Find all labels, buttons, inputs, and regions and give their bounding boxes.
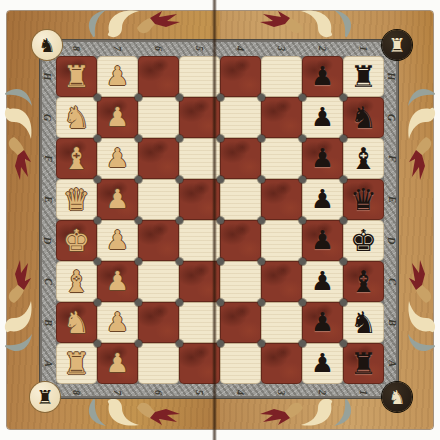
piece-black-pawn[interactable]: ♟ [311, 302, 334, 343]
square-c1[interactable]: ♝ [343, 261, 384, 302]
intersection-dot [135, 258, 142, 265]
rank-label-bottom-2: 2 [302, 384, 343, 400]
rank-label-bottom-8: 8 [56, 384, 97, 400]
square-g7[interactable]: ♟ [97, 97, 138, 138]
intersection-dot [258, 258, 265, 265]
piece-black-bishop[interactable]: ♝ [350, 138, 377, 179]
intersection-dot [217, 217, 224, 224]
file-label-left-c: C [40, 261, 56, 302]
square-b2[interactable]: ♟ [302, 302, 343, 343]
square-e1[interactable]: ♛ [343, 179, 384, 220]
piece-black-pawn[interactable]: ♟ [311, 138, 334, 179]
intersection-dot [258, 176, 265, 183]
intersection-dot [94, 135, 101, 142]
square-d6[interactable] [138, 220, 179, 261]
intersection-dot [217, 94, 224, 101]
file-label-left-a: A [40, 343, 56, 384]
intersection-dot [258, 340, 265, 347]
piece-black-pawn[interactable]: ♟ [311, 97, 334, 138]
square-f7[interactable]: ♟ [97, 138, 138, 179]
square-a4[interactable] [220, 343, 261, 384]
medallion-rook-icon: ♜ [36, 382, 53, 412]
square-h8[interactable]: ♜ [56, 56, 97, 97]
square-e7[interactable]: ♟ [97, 179, 138, 220]
intersection-dot [299, 258, 306, 265]
square-b7[interactable]: ♟ [97, 302, 138, 343]
file-label-right-d: D [384, 220, 400, 261]
intersection-dot [176, 94, 183, 101]
rank-label-top-3: 3 [261, 40, 302, 56]
square-a3[interactable] [261, 343, 302, 384]
square-d2[interactable]: ♟ [302, 220, 343, 261]
square-g2[interactable]: ♟ [302, 97, 343, 138]
square-f8[interactable]: ♝ [56, 138, 97, 179]
rank-label-top-2: 2 [302, 40, 343, 56]
intersection-dot [135, 94, 142, 101]
square-e2[interactable]: ♟ [302, 179, 343, 220]
intersection-dot [340, 135, 347, 142]
square-e4[interactable] [220, 179, 261, 220]
intersection-dot [176, 135, 183, 142]
square-g1[interactable]: ♞ [343, 97, 384, 138]
piece-white-pawn[interactable]: ♟ [106, 138, 129, 179]
piece-black-rook[interactable]: ♜ [350, 343, 377, 384]
intersection-dot [340, 176, 347, 183]
medallion-rook-icon: ♜ [388, 30, 405, 60]
intersection-dot [340, 340, 347, 347]
file-label-left-f: F [40, 138, 56, 179]
intersection-dot [299, 217, 306, 224]
piece-black-rook[interactable]: ♜ [350, 56, 377, 97]
square-h3[interactable] [261, 56, 302, 97]
piece-white-pawn[interactable]: ♟ [106, 302, 129, 343]
square-d7[interactable]: ♟ [97, 220, 138, 261]
square-a2[interactable]: ♟ [302, 343, 343, 384]
intersection-dot [135, 340, 142, 347]
piece-white-bishop[interactable]: ♝ [63, 138, 90, 179]
intersection-dot [176, 217, 183, 224]
intersection-dot [340, 217, 347, 224]
file-label-right-c: C [384, 261, 400, 302]
piece-white-bishop[interactable]: ♝ [63, 261, 90, 302]
square-b8[interactable]: ♞ [56, 302, 97, 343]
intersection-dot [135, 299, 142, 306]
square-h4[interactable] [220, 56, 261, 97]
piece-black-pawn[interactable]: ♟ [311, 56, 334, 97]
intersection-dot [176, 258, 183, 265]
piece-white-pawn[interactable]: ♟ [106, 261, 129, 302]
intersection-dot [299, 94, 306, 101]
piece-white-king[interactable]: ♚ [63, 220, 90, 261]
intersection-dot [94, 94, 101, 101]
square-g4[interactable] [220, 97, 261, 138]
intersection-dot [94, 176, 101, 183]
square-e6[interactable] [138, 179, 179, 220]
intersection-dot [94, 258, 101, 265]
piece-white-knight[interactable]: ♞ [63, 302, 90, 343]
piece-black-pawn[interactable]: ♟ [311, 220, 334, 261]
piece-white-pawn[interactable]: ♟ [106, 220, 129, 261]
file-label-right-f: F [384, 138, 400, 179]
piece-black-knight[interactable]: ♞ [350, 302, 377, 343]
rank-label-top-4: 4 [220, 40, 261, 56]
square-g3[interactable] [261, 97, 302, 138]
file-label-left-b: B [40, 302, 56, 343]
intersection-dot [299, 299, 306, 306]
fold-seam [212, 0, 217, 440]
rank-label-top-8: 8 [56, 40, 97, 56]
piece-white-rook[interactable]: ♜ [63, 56, 90, 97]
file-label-left-g: G [40, 97, 56, 138]
intersection-dot [258, 94, 265, 101]
intersection-dot [340, 94, 347, 101]
piece-black-pawn[interactable]: ♟ [311, 179, 334, 220]
piece-white-pawn[interactable]: ♟ [106, 179, 129, 220]
square-c7[interactable]: ♟ [97, 261, 138, 302]
square-a8[interactable]: ♜ [56, 343, 97, 384]
rank-label-bottom-4: 4 [220, 384, 261, 400]
square-c8[interactable]: ♝ [56, 261, 97, 302]
piece-black-bishop[interactable]: ♝ [350, 261, 377, 302]
piece-white-rook[interactable]: ♜ [63, 343, 90, 384]
piece-black-king[interactable]: ♚ [350, 220, 377, 261]
square-b1[interactable]: ♞ [343, 302, 384, 343]
rank-label-bottom-1: 1 [343, 384, 384, 400]
square-g6[interactable] [138, 97, 179, 138]
square-b4[interactable] [220, 302, 261, 343]
square-e3[interactable] [261, 179, 302, 220]
square-a6[interactable] [138, 343, 179, 384]
corner-medallion-bottom-left: ♜ [30, 382, 60, 412]
rank-label-bottom-6: 6 [138, 384, 179, 400]
square-h1[interactable]: ♜ [343, 56, 384, 97]
rank-label-top-6: 6 [138, 40, 179, 56]
intersection-dot [299, 340, 306, 347]
intersection-dot [299, 135, 306, 142]
intersection-dot [258, 299, 265, 306]
coordinate-frame: ♜♟♟♜♞♟♟♞♝♟♟♝♛♟♟♛♚♟♟♚♝♟♟♝♞♟♟♞♜♟♟♜ 8877665… [39, 39, 399, 399]
square-a1[interactable]: ♜ [343, 343, 384, 384]
rank-label-bottom-3: 3 [261, 384, 302, 400]
file-label-right-h: H [384, 56, 400, 97]
square-b6[interactable] [138, 302, 179, 343]
square-f4[interactable] [220, 138, 261, 179]
square-c4[interactable] [220, 261, 261, 302]
chess-board-photo: ♜♟♟♜♞♟♟♞♝♟♟♝♛♟♟♛♚♟♟♚♝♟♟♝♞♟♟♞♜♟♟♜ 8877665… [0, 0, 440, 440]
square-g8[interactable]: ♞ [56, 97, 97, 138]
square-h2[interactable]: ♟ [302, 56, 343, 97]
file-label-left-h: H [40, 56, 56, 97]
square-f6[interactable] [138, 138, 179, 179]
piece-white-pawn[interactable]: ♟ [106, 97, 129, 138]
corner-medallion-bottom-right: ♞ [382, 382, 412, 412]
intersection-dot [94, 299, 101, 306]
intersection-dot [299, 176, 306, 183]
medallion-knight-icon: ♞ [38, 30, 55, 60]
square-f1[interactable]: ♝ [343, 138, 384, 179]
intersection-dot [94, 340, 101, 347]
file-label-right-g: G [384, 97, 400, 138]
piece-black-queen[interactable]: ♛ [350, 179, 377, 220]
intersection-dot [340, 258, 347, 265]
square-d3[interactable] [261, 220, 302, 261]
square-d8[interactable]: ♚ [56, 220, 97, 261]
intersection-dot [135, 135, 142, 142]
square-a7[interactable]: ♟ [97, 343, 138, 384]
intersection-dot [340, 299, 347, 306]
file-label-left-d: D [40, 220, 56, 261]
square-f2[interactable]: ♟ [302, 138, 343, 179]
square-e8[interactable]: ♛ [56, 179, 97, 220]
piece-white-pawn[interactable]: ♟ [106, 56, 129, 97]
square-h6[interactable] [138, 56, 179, 97]
intersection-dot [176, 340, 183, 347]
intersection-dot [135, 176, 142, 183]
intersection-dot [258, 217, 265, 224]
square-f3[interactable] [261, 138, 302, 179]
intersection-dot [217, 299, 224, 306]
piece-white-queen[interactable]: ♛ [63, 179, 90, 220]
square-c3[interactable] [261, 261, 302, 302]
intersection-dot [258, 135, 265, 142]
piece-black-knight[interactable]: ♞ [350, 97, 377, 138]
intersection-dot [176, 176, 183, 183]
file-label-right-e: E [384, 179, 400, 220]
corner-medallion-top-left: ♞ [32, 30, 62, 60]
intersection-dot [176, 299, 183, 306]
piece-black-pawn[interactable]: ♟ [311, 343, 334, 384]
rank-label-top-7: 7 [97, 40, 138, 56]
square-h7[interactable]: ♟ [97, 56, 138, 97]
chess-grid: ♜♟♟♜♞♟♟♞♝♟♟♝♛♟♟♛♚♟♟♚♝♟♟♝♞♟♟♞♜♟♟♜ [56, 56, 384, 384]
file-label-left-e: E [40, 179, 56, 220]
intersection-dot [135, 217, 142, 224]
square-d4[interactable] [220, 220, 261, 261]
piece-white-pawn[interactable]: ♟ [106, 343, 129, 384]
intersection-dot [217, 135, 224, 142]
file-label-right-a: A [384, 343, 400, 384]
corner-medallion-top-right: ♜ [382, 30, 412, 60]
intersection-dot [94, 217, 101, 224]
piece-white-knight[interactable]: ♞ [63, 97, 90, 138]
file-label-right-b: B [384, 302, 400, 343]
intersection-dot [217, 340, 224, 347]
rank-label-top-1: 1 [343, 40, 384, 56]
square-c2[interactable]: ♟ [302, 261, 343, 302]
intersection-dot [217, 176, 224, 183]
square-c6[interactable] [138, 261, 179, 302]
rank-label-bottom-7: 7 [97, 384, 138, 400]
medallion-knight-icon: ♞ [388, 382, 405, 412]
piece-black-pawn[interactable]: ♟ [311, 261, 334, 302]
square-d1[interactable]: ♚ [343, 220, 384, 261]
intersection-dot [217, 258, 224, 265]
square-b3[interactable] [261, 302, 302, 343]
